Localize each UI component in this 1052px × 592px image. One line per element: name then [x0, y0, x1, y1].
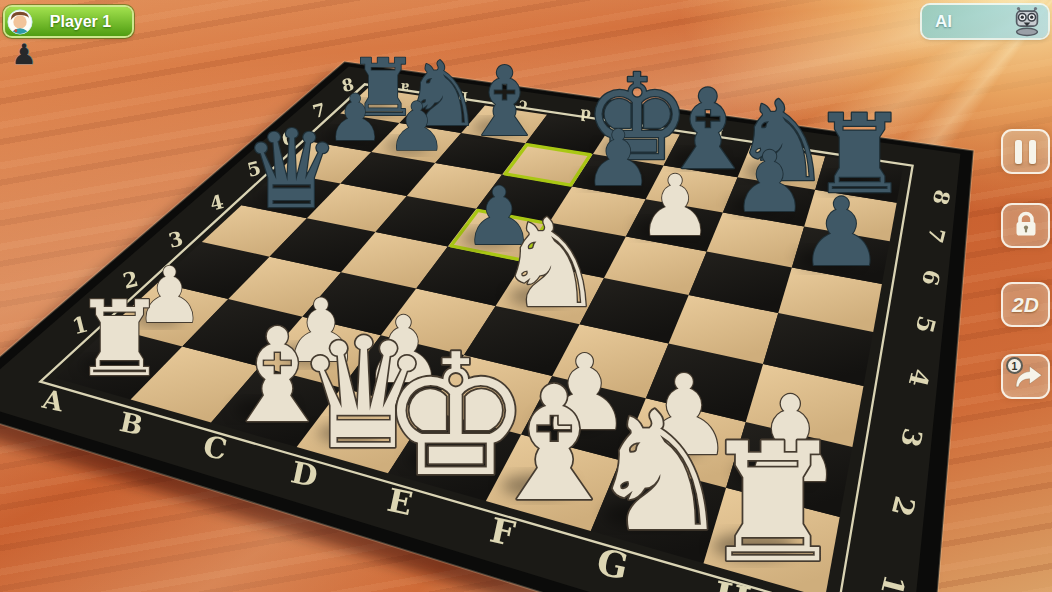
- piece-white-knight-e4[interactable]: ♞: [496, 193, 605, 335]
- player-avatar-icon: [7, 9, 33, 35]
- ai-name: AI: [935, 12, 1010, 32]
- player-badge: Player 1: [5, 7, 132, 36]
- lock-button[interactable]: [1001, 203, 1050, 248]
- chess-board-3d[interactable]: AaBbCcDdEeFfGgHh1122334455667788♜♞♝♟♟♚♝♞…: [0, 0, 1052, 592]
- piece-black-pawn-g7[interactable]: ♟: [732, 133, 807, 231]
- piece-white-rook-h1[interactable]: ♜: [699, 408, 846, 592]
- player-name: Player 1: [33, 13, 132, 31]
- captured-black-pawn-icon: ♟: [11, 38, 36, 70]
- robot-avatar-icon: [1010, 5, 1044, 39]
- pause-button[interactable]: [1001, 129, 1050, 174]
- redo-count-badge: 1: [1006, 357, 1023, 374]
- piece-black-bishop-c8[interactable]: ♝: [462, 46, 548, 158]
- view-2d-label: 2D: [1012, 293, 1039, 317]
- piece-white-rook-a1[interactable]: ♜: [73, 278, 166, 400]
- captured-pieces-tray: ♟: [8, 38, 42, 70]
- piece-black-pawn-h6[interactable]: ♟: [799, 178, 883, 287]
- piece-black-pawn-b7[interactable]: ♟: [387, 88, 447, 166]
- redo-button[interactable]: 1: [1001, 354, 1050, 399]
- pause-icon: [1015, 140, 1036, 164]
- app-root: AaBbCcDdEeFfGgHh1122334455667788♜♞♝♟♟♚♝♞…: [0, 0, 1052, 592]
- view-2d-button[interactable]: 2D: [1001, 282, 1050, 327]
- ai-badge: AI: [922, 5, 1048, 38]
- piece-white-pawn-f6[interactable]: ♟: [637, 157, 712, 255]
- piece-black-queen-a5[interactable]: ♛: [243, 107, 340, 232]
- lock-icon: [1012, 210, 1040, 241]
